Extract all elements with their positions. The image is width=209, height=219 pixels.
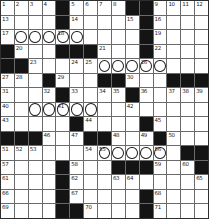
clue-number: 52 (16, 146, 22, 152)
clue-number: 68 (155, 190, 161, 196)
white-square[interactable]: 5 (70, 1, 83, 15)
clue-number: 5 (71, 1, 74, 7)
clue-number: 2 (16, 1, 19, 7)
white-square[interactable]: 8 (112, 1, 125, 15)
white-square[interactable] (29, 204, 42, 218)
clue-number: 38 (182, 88, 188, 94)
white-square[interactable] (29, 30, 42, 44)
white-square[interactable] (112, 146, 125, 160)
white-square[interactable]: 52 (15, 146, 28, 160)
white-square[interactable]: 46 (43, 132, 56, 146)
white-square[interactable] (167, 204, 180, 218)
black-square (56, 204, 69, 218)
white-square[interactable] (84, 190, 97, 204)
clue-number: 22 (155, 45, 161, 51)
white-square[interactable]: 63 (112, 175, 125, 189)
clue-number: 51 (2, 146, 8, 152)
white-square[interactable] (98, 30, 111, 44)
clue-number: 58 (71, 161, 77, 167)
white-square[interactable] (195, 204, 208, 218)
white-square[interactable] (126, 132, 139, 146)
white-square[interactable]: 14 (70, 16, 83, 30)
white-square[interactable] (112, 30, 125, 44)
white-square[interactable] (195, 117, 208, 131)
black-square (1, 45, 14, 59)
black-square (140, 16, 153, 30)
white-square[interactable]: 43 (1, 117, 14, 131)
clue-number: 35 (113, 88, 119, 94)
white-square[interactable] (56, 117, 69, 131)
clue-number: 69 (2, 204, 8, 210)
clue-number: 24 (71, 59, 77, 65)
white-square[interactable] (70, 103, 83, 117)
white-square[interactable] (70, 30, 83, 44)
white-square[interactable] (181, 59, 194, 73)
clue-number: 61 (2, 175, 8, 181)
black-square (98, 74, 111, 88)
clue-number: 17 (2, 30, 8, 36)
white-square[interactable] (98, 103, 111, 117)
white-square[interactable]: 20 (15, 45, 28, 59)
white-square[interactable] (112, 59, 125, 73)
white-square[interactable]: 41 (56, 103, 69, 117)
white-square[interactable] (140, 74, 153, 88)
clue-number: 30 (127, 74, 133, 80)
white-square[interactable] (181, 132, 194, 146)
white-square[interactable] (167, 103, 180, 117)
white-square[interactable] (84, 161, 97, 175)
white-square[interactable] (112, 204, 125, 218)
white-square[interactable] (195, 132, 208, 146)
crossword-grid: 1234567891011121314151617181920212223242… (0, 0, 209, 219)
clue-number: 41 (57, 103, 63, 109)
clue-number: 67 (71, 190, 77, 196)
white-square[interactable] (84, 74, 97, 88)
white-square[interactable]: 55 (98, 146, 111, 160)
clue-number: 33 (71, 88, 77, 94)
clue-number: 47 (71, 132, 77, 138)
black-square (15, 59, 28, 73)
white-square[interactable]: 62 (70, 175, 83, 189)
white-square[interactable] (195, 16, 208, 30)
white-square[interactable] (29, 175, 42, 189)
white-square[interactable]: 69 (1, 204, 14, 218)
white-square[interactable] (43, 204, 56, 218)
white-square[interactable] (84, 30, 97, 44)
white-square[interactable] (167, 146, 180, 160)
clue-number: 18 (57, 30, 63, 36)
clue-number: 10 (168, 1, 174, 7)
white-square[interactable] (43, 16, 56, 30)
white-square[interactable] (43, 117, 56, 131)
white-square[interactable]: 59 (154, 161, 167, 175)
white-square[interactable]: 65 (195, 175, 208, 189)
white-square[interactable] (43, 59, 56, 73)
white-square[interactable] (98, 161, 111, 175)
clue-number: 65 (196, 175, 202, 181)
white-square[interactable]: 60 (181, 161, 194, 175)
white-square[interactable] (195, 45, 208, 59)
white-square[interactable] (181, 30, 194, 44)
white-square[interactable]: 25 (84, 59, 97, 73)
theme-circle-icon (15, 31, 27, 44)
clue-number: 20 (16, 45, 22, 51)
white-square[interactable] (84, 88, 97, 102)
white-square[interactable]: 3 (29, 1, 42, 15)
clue-number: 50 (168, 132, 174, 138)
white-square[interactable]: 66 (1, 190, 14, 204)
white-square[interactable]: 34 (98, 88, 111, 102)
white-square[interactable] (126, 190, 139, 204)
white-square[interactable]: 24 (70, 59, 83, 73)
clue-number: 64 (127, 175, 133, 181)
white-square[interactable] (56, 132, 69, 146)
white-square[interactable] (56, 146, 69, 160)
clue-number: 19 (155, 30, 161, 36)
white-square[interactable] (140, 103, 153, 117)
white-square[interactable]: 1 (1, 1, 14, 15)
white-square[interactable] (167, 117, 180, 131)
white-square[interactable] (56, 59, 69, 73)
white-square[interactable] (195, 59, 208, 73)
white-square[interactable] (43, 190, 56, 204)
black-square (126, 88, 139, 102)
white-square[interactable] (98, 16, 111, 30)
clue-number: 27 (2, 74, 8, 80)
clue-number: 62 (71, 175, 77, 181)
white-square[interactable] (98, 117, 111, 131)
white-square[interactable]: 4 (43, 1, 56, 15)
white-square[interactable]: 13 (1, 16, 14, 30)
white-square[interactable]: 22 (154, 45, 167, 59)
white-square[interactable] (195, 190, 208, 204)
white-square[interactable]: 33 (70, 88, 83, 102)
white-square[interactable] (29, 74, 42, 88)
black-square (181, 74, 194, 88)
white-square[interactable] (126, 204, 139, 218)
black-square (70, 117, 83, 131)
white-square[interactable] (15, 175, 28, 189)
white-square[interactable] (43, 146, 56, 160)
white-square[interactable] (126, 45, 139, 59)
white-square[interactable] (154, 103, 167, 117)
white-square[interactable]: 57 (1, 161, 14, 175)
black-square (29, 132, 42, 146)
black-square (140, 204, 153, 218)
black-square (112, 74, 125, 88)
clue-number: 26 (141, 59, 147, 65)
white-square[interactable] (112, 117, 125, 131)
clue-number: 14 (71, 16, 77, 22)
white-square[interactable]: 39 (195, 88, 208, 102)
clue-number: 45 (155, 117, 161, 123)
theme-circle-icon (112, 60, 124, 73)
white-square[interactable] (29, 190, 42, 204)
white-square[interactable] (43, 161, 56, 175)
white-square[interactable] (15, 16, 28, 30)
clue-number: 3 (30, 1, 33, 7)
white-square[interactable]: 9 (154, 1, 167, 15)
white-square[interactable] (126, 59, 139, 73)
clue-number: 7 (99, 1, 102, 7)
white-square[interactable]: 18 (56, 30, 69, 44)
clue-number: 32 (44, 88, 50, 94)
clue-number: 4 (44, 1, 47, 7)
black-square (56, 16, 69, 30)
white-square[interactable] (140, 175, 153, 189)
white-square[interactable] (112, 45, 125, 59)
white-square[interactable] (181, 190, 194, 204)
clue-number: 57 (2, 161, 8, 167)
clue-number: 16 (155, 16, 161, 22)
white-square[interactable]: 31 (1, 88, 14, 102)
white-square[interactable]: 67 (70, 190, 83, 204)
black-square (15, 132, 28, 146)
white-square[interactable] (181, 16, 194, 30)
white-square[interactable] (167, 30, 180, 44)
theme-circle-icon (29, 31, 41, 44)
theme-circle-icon (112, 147, 124, 160)
white-square[interactable] (43, 30, 56, 44)
theme-circle-icon (43, 103, 55, 116)
white-square[interactable] (98, 175, 111, 189)
white-square[interactable] (15, 190, 28, 204)
white-square[interactable] (70, 146, 83, 160)
white-square[interactable] (15, 117, 28, 131)
white-square[interactable] (98, 190, 111, 204)
white-square[interactable] (29, 117, 42, 131)
white-square[interactable]: 6 (84, 1, 97, 15)
black-square (140, 117, 153, 131)
black-square (140, 45, 153, 59)
clue-number: 40 (2, 103, 8, 109)
white-square[interactable]: 47 (70, 132, 83, 146)
theme-circle-icon (154, 60, 166, 73)
clue-number: 71 (155, 204, 161, 210)
white-square[interactable]: 2 (15, 1, 28, 15)
black-square (56, 88, 69, 102)
clue-number: 25 (85, 59, 91, 65)
black-square (56, 190, 69, 204)
white-square[interactable]: 50 (167, 132, 180, 146)
white-square[interactable]: 36 (140, 88, 153, 102)
clue-number: 60 (182, 161, 188, 167)
white-square[interactable]: 38 (181, 88, 194, 102)
white-square[interactable] (167, 16, 180, 30)
clue-number: 13 (2, 16, 8, 22)
black-square (84, 45, 97, 59)
clue-number: 21 (99, 45, 105, 51)
theme-circle-icon (126, 60, 138, 73)
black-square (195, 74, 208, 88)
white-square[interactable]: 35 (112, 88, 125, 102)
white-square[interactable] (29, 88, 42, 102)
white-square[interactable]: 15 (126, 16, 139, 30)
white-square[interactable]: 37 (167, 88, 180, 102)
white-square[interactable] (181, 117, 194, 131)
black-square (1, 59, 14, 73)
white-square[interactable] (29, 16, 42, 30)
clue-number: 23 (30, 59, 36, 65)
white-square[interactable] (181, 45, 194, 59)
white-square[interactable]: 49 (140, 132, 153, 146)
white-square[interactable] (140, 146, 153, 160)
black-square (154, 132, 167, 146)
theme-circle-icon (71, 31, 83, 44)
white-square[interactable] (167, 175, 180, 189)
white-square[interactable]: 19 (154, 30, 167, 44)
white-square[interactable]: 28 (15, 74, 28, 88)
clue-number: 48 (113, 132, 119, 138)
clue-number: 28 (16, 74, 22, 80)
white-square[interactable] (15, 161, 28, 175)
white-square[interactable] (98, 59, 111, 73)
black-square (126, 161, 139, 175)
white-square[interactable]: 54 (84, 146, 97, 160)
white-square[interactable]: 53 (29, 146, 42, 160)
white-square[interactable] (167, 161, 180, 175)
white-square[interactable]: 32 (43, 88, 56, 102)
clue-number: 36 (141, 88, 147, 94)
black-square (84, 132, 97, 146)
clue-number: 12 (196, 1, 202, 7)
theme-circle-icon (126, 147, 138, 160)
white-square[interactable] (43, 175, 56, 189)
black-square (140, 30, 153, 44)
white-square[interactable] (15, 204, 28, 218)
clue-number: 34 (99, 88, 105, 94)
clue-number: 8 (113, 1, 116, 7)
white-square[interactable]: 45 (154, 117, 167, 131)
white-square[interactable]: 27 (1, 74, 14, 88)
white-square[interactable] (181, 103, 194, 117)
clue-number: 66 (2, 190, 8, 196)
white-square[interactable] (29, 45, 42, 59)
clue-number: 6 (85, 1, 88, 7)
white-square[interactable] (43, 45, 56, 59)
white-square[interactable] (167, 190, 180, 204)
white-square[interactable]: 64 (126, 175, 139, 189)
black-square (1, 132, 14, 146)
white-square[interactable] (70, 74, 83, 88)
white-square[interactable] (15, 88, 28, 102)
white-square[interactable] (84, 103, 97, 117)
white-square[interactable]: 58 (70, 161, 83, 175)
white-square[interactable]: 71 (154, 204, 167, 218)
white-square[interactable] (15, 103, 28, 117)
white-square[interactable]: 30 (126, 74, 139, 88)
clue-number: 1 (2, 1, 5, 7)
white-square[interactable]: 26 (140, 59, 153, 73)
clue-number: 54 (85, 146, 91, 152)
white-square[interactable] (126, 30, 139, 44)
white-square[interactable] (112, 190, 125, 204)
white-square[interactable]: 40 (1, 103, 14, 117)
clue-number: 63 (113, 175, 119, 181)
black-square (140, 1, 153, 15)
clue-number: 59 (155, 161, 161, 167)
clue-number: 53 (30, 146, 36, 152)
clue-number: 43 (2, 117, 8, 123)
clue-number: 15 (127, 16, 133, 22)
white-square[interactable] (15, 30, 28, 44)
theme-circle-icon (140, 147, 152, 160)
white-square[interactable] (181, 175, 194, 189)
white-square[interactable] (126, 146, 139, 160)
white-square[interactable]: 12 (195, 1, 208, 15)
white-square[interactable] (195, 103, 208, 117)
white-square[interactable] (154, 59, 167, 73)
white-square[interactable]: 10 (167, 1, 180, 15)
white-square[interactable] (29, 103, 42, 117)
white-square[interactable]: 21 (98, 45, 111, 59)
clue-number: 56 (155, 146, 161, 152)
white-square[interactable] (84, 16, 97, 30)
white-square[interactable]: 11 (181, 1, 194, 15)
white-square[interactable]: 17 (1, 30, 14, 44)
white-square[interactable]: 56 (154, 146, 167, 160)
white-square[interactable] (181, 204, 194, 218)
white-square[interactable]: 44 (84, 117, 97, 131)
theme-circle-icon (43, 31, 55, 44)
black-square (70, 204, 83, 218)
white-square[interactable] (154, 74, 167, 88)
clue-number: 11 (182, 1, 188, 7)
white-square[interactable]: 16 (154, 16, 167, 30)
white-square[interactable]: 51 (1, 146, 14, 160)
black-square (195, 146, 208, 160)
white-square[interactable] (112, 103, 125, 117)
theme-circle-icon (71, 103, 83, 116)
white-square[interactable] (98, 204, 111, 218)
white-square[interactable] (167, 45, 180, 59)
clue-number: 31 (2, 88, 8, 94)
white-square[interactable] (84, 175, 97, 189)
white-square[interactable] (126, 117, 139, 131)
white-square[interactable]: 23 (29, 59, 42, 73)
white-square[interactable]: 48 (112, 132, 125, 146)
black-square (56, 161, 69, 175)
white-square[interactable] (29, 161, 42, 175)
black-square (167, 74, 180, 88)
white-square[interactable]: 42 (126, 103, 139, 117)
white-square[interactable] (154, 175, 167, 189)
white-square[interactable]: 7 (98, 1, 111, 15)
white-square[interactable]: 70 (84, 204, 97, 218)
clue-number: 42 (127, 103, 133, 109)
white-square[interactable]: 29 (56, 74, 69, 88)
black-square (140, 190, 153, 204)
white-square[interactable]: 68 (154, 190, 167, 204)
clue-number: 49 (141, 132, 147, 138)
theme-circle-icon (29, 103, 41, 116)
black-square (70, 45, 83, 59)
white-square[interactable] (43, 103, 56, 117)
black-square (98, 132, 111, 146)
white-square[interactable] (167, 59, 180, 73)
clue-number: 70 (85, 204, 91, 210)
black-square (181, 146, 194, 160)
black-square (126, 1, 139, 15)
white-square[interactable] (154, 88, 167, 102)
white-square[interactable]: 61 (1, 175, 14, 189)
clue-number: 55 (99, 146, 105, 152)
theme-circle-icon (85, 103, 97, 116)
white-square[interactable] (195, 30, 208, 44)
white-square[interactable] (112, 16, 125, 30)
crossword-puzzle: 1234567891011121314151617181920212223242… (0, 0, 209, 219)
clue-number: 9 (155, 1, 158, 7)
